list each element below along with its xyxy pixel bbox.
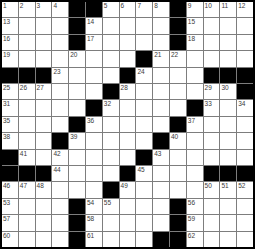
cell-r6c10[interactable] [153, 84, 169, 99]
black-cell-r1c11 [170, 2, 186, 17]
cell-r1c10[interactable]: 8 [153, 2, 169, 17]
cell-r6c3[interactable]: 27 [36, 84, 52, 99]
black-cell-r11c14 [220, 166, 236, 181]
cell-r12c14[interactable]: 51 [220, 182, 236, 197]
cell-r13c9[interactable] [136, 199, 152, 214]
cell-r10c5[interactable] [69, 150, 85, 165]
cell-r13c6[interactable]: 54 [86, 199, 102, 214]
black-cell-r13c11 [170, 199, 186, 214]
cell-r12c13[interactable]: 50 [204, 182, 220, 197]
cell-r10c10[interactable]: 43 [153, 150, 169, 165]
clue-number-52: 52 [238, 182, 245, 190]
cell-r2c1[interactable]: 13 [2, 18, 18, 33]
cell-r4c3[interactable] [36, 51, 52, 66]
cell-r14c3[interactable] [36, 215, 52, 230]
clue-number-50: 50 [205, 182, 212, 190]
cell-r3c10[interactable] [153, 35, 169, 50]
clue-number-43: 43 [154, 150, 161, 158]
black-cell-r2c5 [69, 18, 85, 33]
cell-r6c5[interactable] [69, 84, 85, 99]
cell-r1c1[interactable]: 1 [2, 2, 18, 17]
cell-r4c12[interactable] [187, 51, 203, 66]
cell-r15c2[interactable] [19, 232, 35, 247]
clue-number-60: 60 [3, 232, 10, 240]
clue-number-27: 27 [37, 84, 44, 92]
cell-r15c9[interactable] [136, 232, 152, 247]
cell-r14c9[interactable] [136, 215, 152, 230]
cell-r15c1[interactable]: 60 [2, 232, 18, 247]
black-cell-r11c13 [204, 166, 220, 181]
cell-r14c8[interactable] [120, 215, 136, 230]
black-cell-r5c2 [19, 68, 35, 83]
cell-r3c9[interactable] [136, 35, 152, 50]
cell-r11c4[interactable]: 44 [52, 166, 68, 181]
cell-r14c15[interactable] [237, 215, 253, 230]
cell-r14c7[interactable] [103, 215, 119, 230]
black-cell-r11c3 [36, 166, 52, 181]
cell-r9c12[interactable] [187, 133, 203, 148]
black-cell-r5c3 [36, 68, 52, 83]
cell-r14c4[interactable] [52, 215, 68, 230]
cell-r3c12[interactable]: 18 [187, 35, 203, 50]
cell-r2c2[interactable] [19, 18, 35, 33]
cell-r8c13[interactable] [204, 117, 220, 132]
black-cell-r10c9 [136, 150, 152, 165]
cell-r10c2[interactable]: 41 [19, 150, 35, 165]
cell-r11c5[interactable] [69, 166, 85, 181]
black-cell-r9c10 [153, 133, 169, 148]
cell-r8c14[interactable] [220, 117, 236, 132]
black-cell-r4c9 [136, 51, 152, 66]
cell-r14c10[interactable] [153, 215, 169, 230]
cell-r5c6[interactable] [86, 68, 102, 83]
cell-r7c10[interactable] [153, 100, 169, 115]
cell-r1c13[interactable]: 10 [204, 2, 220, 17]
clue-number-19: 19 [3, 51, 10, 59]
cell-r6c13[interactable]: 29 [204, 84, 220, 99]
cell-r15c13[interactable] [204, 232, 220, 247]
cell-r13c8[interactable] [120, 199, 136, 214]
cell-r11c11[interactable] [170, 166, 186, 181]
cell-r12c12[interactable] [187, 182, 203, 197]
cell-r7c14[interactable] [220, 100, 236, 115]
cell-r2c6[interactable]: 14 [86, 18, 102, 33]
cell-r4c4[interactable] [52, 51, 68, 66]
cell-r8c10[interactable] [153, 117, 169, 132]
cell-r2c14[interactable] [220, 18, 236, 33]
clue-number-58: 58 [87, 215, 94, 223]
clue-number-33: 33 [205, 100, 212, 108]
clue-number-12: 12 [238, 2, 245, 10]
cell-r14c2[interactable] [19, 215, 35, 230]
cell-r3c3[interactable] [36, 35, 52, 50]
cell-r5c7[interactable] [103, 68, 119, 83]
cell-r13c10[interactable] [153, 199, 169, 214]
black-cell-r5c1 [2, 68, 18, 83]
cell-r11c7[interactable] [103, 166, 119, 181]
cell-r15c3[interactable] [36, 232, 52, 247]
cell-r9c3[interactable] [36, 133, 52, 148]
cell-r10c4[interactable]: 42 [52, 150, 68, 165]
clue-number-44: 44 [53, 166, 60, 174]
clue-number-36: 36 [87, 117, 94, 125]
clue-number-41: 41 [20, 150, 27, 158]
cell-r8c4[interactable] [52, 117, 68, 132]
cell-r7c2[interactable] [19, 100, 35, 115]
cell-r12c8[interactable]: 49 [120, 182, 136, 197]
cell-r8c9[interactable] [136, 117, 152, 132]
black-cell-r15c11 [170, 232, 186, 247]
cell-r11c12[interactable] [187, 166, 203, 181]
cell-r2c13[interactable] [204, 18, 220, 33]
cell-r10c14[interactable] [220, 150, 236, 165]
clue-number-34: 34 [238, 100, 245, 108]
cell-r4c10[interactable]: 21 [153, 51, 169, 66]
cell-r8c8[interactable] [120, 117, 136, 132]
cell-r12c3[interactable]: 48 [36, 182, 52, 197]
clue-number-47: 47 [20, 182, 27, 190]
cell-r12c11[interactable] [170, 182, 186, 197]
cell-r9c13[interactable] [204, 133, 220, 148]
clue-number-59: 59 [188, 215, 195, 223]
cell-r9c6[interactable] [86, 133, 102, 148]
cell-r14c14[interactable] [220, 215, 236, 230]
black-cell-r11c2 [19, 166, 35, 181]
black-cell-r6c7 [103, 84, 119, 99]
cell-r9c2[interactable] [19, 133, 35, 148]
clue-number-15: 15 [188, 18, 195, 26]
black-cell-r7c6 [86, 100, 102, 115]
black-cell-r11c8 [120, 166, 136, 181]
cell-r3c6[interactable]: 17 [86, 35, 102, 50]
cell-r6c6[interactable] [86, 84, 102, 99]
clue-number-13: 13 [3, 18, 10, 26]
cell-r6c1[interactable]: 25 [2, 84, 18, 99]
black-cell-r5c14 [220, 68, 236, 83]
cell-r9c5[interactable]: 39 [69, 133, 85, 148]
black-cell-r5c15 [237, 68, 253, 83]
clue-number-51: 51 [221, 182, 228, 190]
clue-number-14: 14 [87, 18, 94, 26]
cell-r7c4[interactable] [52, 100, 68, 115]
black-cell-r11c1 [2, 166, 18, 181]
cell-r6c14[interactable]: 30 [220, 84, 236, 99]
cell-r9c15[interactable] [237, 133, 253, 148]
clue-number-18: 18 [188, 35, 195, 43]
cell-r10c7[interactable] [103, 150, 119, 165]
cell-r8c7[interactable] [103, 117, 119, 132]
black-cell-r15c10 [153, 232, 169, 247]
cell-r9c8[interactable] [120, 133, 136, 148]
cell-r10c15[interactable] [237, 150, 253, 165]
black-cell-r3c5 [69, 35, 85, 50]
clue-number-10: 10 [205, 2, 212, 10]
black-cell-r10c1 [2, 150, 18, 165]
cell-r13c13[interactable] [204, 199, 220, 214]
cell-r3c7[interactable] [103, 35, 119, 50]
cell-r13c4[interactable] [52, 199, 68, 214]
cell-r3c2[interactable] [19, 35, 35, 50]
cell-r14c1[interactable]: 57 [2, 215, 18, 230]
cell-r6c8[interactable]: 28 [120, 84, 136, 99]
cell-r10c11[interactable] [170, 150, 186, 165]
cell-r14c12[interactable]: 59 [187, 215, 203, 230]
black-cell-r1c5 [69, 2, 85, 17]
black-cell-r12c7 [103, 182, 119, 197]
cell-r7c13[interactable]: 33 [204, 100, 220, 115]
clue-number-29: 29 [205, 84, 212, 92]
cell-r4c6[interactable] [86, 51, 102, 66]
cell-r4c7[interactable] [103, 51, 119, 66]
cell-r7c7[interactable]: 32 [103, 100, 119, 115]
cell-r12c1[interactable]: 46 [2, 182, 18, 197]
black-cell-r5c13 [204, 68, 220, 83]
clue-number-31: 31 [3, 100, 10, 108]
cell-r10c12[interactable] [187, 150, 203, 165]
cell-r7c1[interactable]: 31 [2, 100, 18, 115]
cell-r10c6[interactable] [86, 150, 102, 165]
cell-r6c2[interactable]: 26 [19, 84, 35, 99]
cell-r5c9[interactable]: 24 [136, 68, 152, 83]
clue-number-5: 5 [104, 2, 108, 10]
black-cell-r8c5 [69, 117, 85, 132]
clue-number-53: 53 [3, 199, 10, 207]
cell-r8c2[interactable] [19, 117, 35, 132]
cell-r4c5[interactable]: 20 [69, 51, 85, 66]
cell-r1c15[interactable]: 12 [237, 2, 253, 17]
cell-r2c12[interactable]: 15 [187, 18, 203, 33]
cell-r11c6[interactable] [86, 166, 102, 181]
cell-r3c1[interactable]: 16 [2, 35, 18, 50]
cell-r12c2[interactable]: 47 [19, 182, 35, 197]
cell-r1c4[interactable]: 4 [52, 2, 68, 17]
black-cell-r6c15 [237, 84, 253, 99]
clue-number-61: 61 [87, 232, 94, 240]
cell-r12c5[interactable] [69, 182, 85, 197]
clue-number-4: 4 [53, 2, 57, 10]
cell-r15c6[interactable]: 61 [86, 232, 102, 247]
cell-r12c6[interactable] [86, 182, 102, 197]
black-cell-r13c5 [69, 199, 85, 214]
clue-number-55: 55 [104, 199, 111, 207]
cell-r12c9[interactable] [136, 182, 152, 197]
cell-r3c15[interactable] [237, 35, 253, 50]
cell-r2c8[interactable] [120, 18, 136, 33]
black-cell-r15c5 [69, 232, 85, 247]
black-cell-r2c11 [170, 18, 186, 33]
cell-r2c7[interactable] [103, 18, 119, 33]
cell-r2c10[interactable] [153, 18, 169, 33]
clue-number-22: 22 [171, 51, 178, 59]
clue-number-32: 32 [104, 100, 111, 108]
cell-r5c10[interactable] [153, 68, 169, 83]
cell-r6c9[interactable] [136, 84, 152, 99]
cell-r6c12[interactable] [187, 84, 203, 99]
cell-r1c7[interactable]: 5 [103, 2, 119, 17]
clue-number-1: 1 [3, 2, 7, 10]
cell-r4c2[interactable] [19, 51, 35, 66]
cell-r15c15[interactable] [237, 232, 253, 247]
cell-r14c13[interactable] [204, 215, 220, 230]
cell-r1c3[interactable]: 3 [36, 2, 52, 17]
black-cell-r3c11 [170, 35, 186, 50]
cell-r8c3[interactable] [36, 117, 52, 132]
cell-r1c8[interactable]: 6 [120, 2, 136, 17]
cell-r2c9[interactable] [136, 18, 152, 33]
cell-r15c12[interactable]: 62 [187, 232, 203, 247]
clue-number-21: 21 [154, 51, 161, 59]
black-cell-r5c8 [120, 68, 136, 83]
cell-r13c1[interactable]: 53 [2, 199, 18, 214]
clue-number-7: 7 [137, 2, 141, 10]
cell-r7c5[interactable] [69, 100, 85, 115]
clue-number-37: 37 [188, 117, 195, 125]
clue-number-25: 25 [3, 84, 10, 92]
cell-r3c14[interactable] [220, 35, 236, 50]
cell-r13c12[interactable]: 56 [187, 199, 203, 214]
cell-r13c3[interactable] [36, 199, 52, 214]
cell-r3c8[interactable] [120, 35, 136, 50]
clue-number-28: 28 [121, 84, 128, 92]
cell-r8c1[interactable]: 35 [2, 117, 18, 132]
clue-number-3: 3 [37, 2, 41, 10]
cell-r15c4[interactable] [52, 232, 68, 247]
clue-number-8: 8 [154, 2, 158, 10]
crossword-board: 1234567891011121314151617181920212223242… [0, 0, 255, 249]
clue-number-6: 6 [121, 2, 125, 10]
cell-r13c2[interactable] [19, 199, 35, 214]
cell-r7c8[interactable] [120, 100, 136, 115]
cell-r1c2[interactable]: 2 [19, 2, 35, 17]
cell-r10c8[interactable] [120, 150, 136, 165]
clue-number-11: 11 [221, 2, 228, 10]
cell-r2c4[interactable] [52, 18, 68, 33]
cell-r12c15[interactable]: 52 [237, 182, 253, 197]
cell-r7c11[interactable] [170, 100, 186, 115]
black-cell-r11c15 [237, 166, 253, 181]
cell-r7c15[interactable]: 34 [237, 100, 253, 115]
black-cell-r7c12 [187, 100, 203, 115]
cell-r8c6[interactable]: 36 [86, 117, 102, 132]
cell-r4c8[interactable] [120, 51, 136, 66]
clue-number-49: 49 [121, 182, 128, 190]
clue-number-46: 46 [3, 182, 10, 190]
clue-number-35: 35 [3, 117, 10, 125]
cell-r2c3[interactable] [36, 18, 52, 33]
clue-number-48: 48 [37, 182, 44, 190]
cell-r3c13[interactable] [204, 35, 220, 50]
cell-r5c4[interactable]: 23 [52, 68, 68, 83]
cell-r12c4[interactable] [52, 182, 68, 197]
cell-r10c13[interactable] [204, 150, 220, 165]
cell-r7c3[interactable] [36, 100, 52, 115]
black-cell-r14c11 [170, 215, 186, 230]
clue-number-20: 20 [70, 51, 77, 59]
cell-r14c6[interactable]: 58 [86, 215, 102, 230]
cell-r3c4[interactable] [52, 35, 68, 50]
black-cell-r14c5 [69, 215, 85, 230]
black-cell-r1c6 [86, 2, 102, 17]
cell-r9c7[interactable] [103, 133, 119, 148]
cell-r9c14[interactable] [220, 133, 236, 148]
clue-number-56: 56 [188, 199, 195, 207]
clue-number-30: 30 [221, 84, 228, 92]
cell-r1c9[interactable]: 7 [136, 2, 152, 17]
clue-number-62: 62 [188, 232, 195, 240]
clue-number-40: 40 [171, 133, 178, 141]
cell-r8c15[interactable] [237, 117, 253, 132]
cell-r4c1[interactable]: 19 [2, 51, 18, 66]
cell-r13c15[interactable] [237, 199, 253, 214]
cell-r13c7[interactable]: 55 [103, 199, 119, 214]
clue-number-57: 57 [3, 215, 10, 223]
clue-number-45: 45 [137, 166, 144, 174]
clue-number-39: 39 [70, 133, 77, 141]
clue-number-17: 17 [87, 35, 94, 43]
cell-r8c12[interactable]: 37 [187, 117, 203, 132]
cell-r4c14[interactable] [220, 51, 236, 66]
cell-r1c14[interactable]: 11 [220, 2, 236, 17]
cell-r5c5[interactable] [69, 68, 85, 83]
cell-r5c11[interactable] [170, 68, 186, 83]
clue-number-26: 26 [20, 84, 27, 92]
cell-r12c10[interactable] [153, 182, 169, 197]
cell-r6c11[interactable] [170, 84, 186, 99]
clue-number-42: 42 [53, 150, 60, 158]
cell-r10c3[interactable] [36, 150, 52, 165]
cell-r5c12[interactable] [187, 68, 203, 83]
black-cell-r8c11 [170, 117, 186, 132]
clue-number-54: 54 [87, 199, 94, 207]
cell-r4c11[interactable]: 22 [170, 51, 186, 66]
cell-r2c15[interactable] [237, 18, 253, 33]
cell-r9c1[interactable]: 38 [2, 133, 18, 148]
cell-r15c8[interactable] [120, 232, 136, 247]
clue-number-24: 24 [137, 68, 144, 76]
clue-number-9: 9 [188, 2, 192, 10]
cell-r9c9[interactable] [136, 133, 152, 148]
cell-r1c12[interactable]: 9 [187, 2, 203, 17]
clue-number-16: 16 [3, 35, 10, 43]
cell-r6c4[interactable] [52, 84, 68, 99]
black-cell-r9c4 [52, 133, 68, 148]
cell-r11c10[interactable] [153, 166, 169, 181]
clue-number-38: 38 [3, 133, 10, 141]
cell-r9c11[interactable]: 40 [170, 133, 186, 148]
cell-r4c15[interactable] [237, 51, 253, 66]
cell-r4c13[interactable] [204, 51, 220, 66]
cell-r11c9[interactable]: 45 [136, 166, 152, 181]
cell-r7c9[interactable] [136, 100, 152, 115]
cell-r15c14[interactable] [220, 232, 236, 247]
clue-number-23: 23 [53, 68, 60, 76]
clue-number-2: 2 [20, 2, 24, 10]
cell-r15c7[interactable] [103, 232, 119, 247]
cell-r13c14[interactable] [220, 199, 236, 214]
